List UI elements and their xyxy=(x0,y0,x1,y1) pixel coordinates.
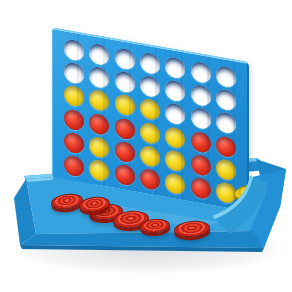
empty-hole xyxy=(165,79,185,103)
red-piece xyxy=(191,153,211,177)
empty-hole xyxy=(191,107,211,131)
yellow-piece xyxy=(140,98,160,122)
yellow-piece xyxy=(165,149,185,173)
cell-r6c1 xyxy=(61,152,86,180)
empty-hole xyxy=(89,65,109,89)
board-grid xyxy=(61,36,239,207)
tray-right-end-back xyxy=(256,159,286,208)
empty-hole xyxy=(64,38,84,62)
yellow-piece xyxy=(89,89,109,113)
empty-hole xyxy=(64,61,84,85)
yellow-piece xyxy=(89,159,109,183)
tray-left-rim-highlight xyxy=(26,177,54,182)
yellow-piece xyxy=(64,84,84,108)
red-piece xyxy=(89,112,109,136)
red-piece xyxy=(115,140,135,164)
yellow-piece xyxy=(115,93,135,117)
red-piece xyxy=(191,130,211,154)
empty-hole xyxy=(216,111,236,135)
cell-r6c2 xyxy=(86,157,111,185)
red-piece xyxy=(140,168,160,192)
yellow-piece xyxy=(165,126,185,150)
cell-r6c5 xyxy=(163,170,188,198)
red-piece xyxy=(216,134,236,158)
empty-hole xyxy=(165,102,185,126)
empty-hole xyxy=(165,56,185,80)
red-piece xyxy=(64,108,84,132)
empty-hole xyxy=(216,65,236,89)
yellow-piece xyxy=(165,172,185,196)
yellow-piece xyxy=(216,158,236,182)
connect-four-board xyxy=(52,27,249,212)
red-piece xyxy=(64,154,84,178)
red-piece xyxy=(115,117,135,141)
empty-hole xyxy=(140,74,160,98)
yellow-piece xyxy=(89,135,109,159)
yellow-piece xyxy=(140,121,160,145)
empty-hole xyxy=(191,60,211,84)
red-piece xyxy=(64,131,84,155)
empty-hole xyxy=(115,47,135,71)
empty-hole xyxy=(191,83,211,107)
empty-hole xyxy=(216,88,236,112)
cell-r6c4 xyxy=(137,166,162,194)
red-piece xyxy=(115,163,135,187)
yellow-piece xyxy=(140,144,160,168)
connect-four-scene xyxy=(0,0,292,292)
empty-hole xyxy=(115,70,135,94)
empty-hole xyxy=(89,42,109,66)
cell-r6c6 xyxy=(188,174,213,202)
empty-hole xyxy=(140,51,160,75)
cell-r6c3 xyxy=(112,161,137,189)
red-piece xyxy=(191,177,211,201)
